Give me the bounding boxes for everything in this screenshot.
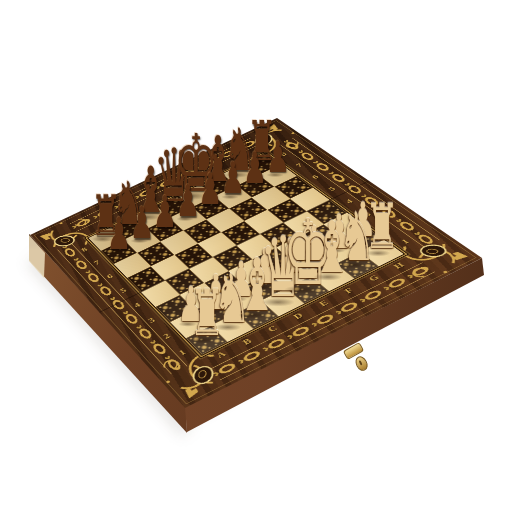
black-pawn-c7[interactable]: ♟ <box>153 190 177 234</box>
black-pawn-d7[interactable]: ♟ <box>176 179 200 223</box>
black-pawn-f7[interactable]: ♟ <box>221 157 245 200</box>
brass-latch-clasp <box>353 354 370 372</box>
rank-label-right-5: 5 <box>326 185 338 193</box>
rank-label-right-7: 7 <box>293 162 304 169</box>
black-pawn-a7[interactable]: ♟ <box>107 212 131 256</box>
white-rook-h1[interactable]: ♜ <box>364 197 398 259</box>
black-pawn-e7[interactable]: ♟ <box>198 168 222 212</box>
black-pawn-h7[interactable]: ♟ <box>266 136 290 179</box>
black-pawn-b7[interactable]: ♟ <box>130 201 154 245</box>
rank-label-right-6: 6 <box>309 173 321 180</box>
black-pawn-g7[interactable]: ♟ <box>243 147 267 190</box>
chess-set-photo: ABCDEFGH1234567812345678 ♜♞♝♛♚♝♞♜♟♟♟♟♟♟♟… <box>0 0 510 510</box>
